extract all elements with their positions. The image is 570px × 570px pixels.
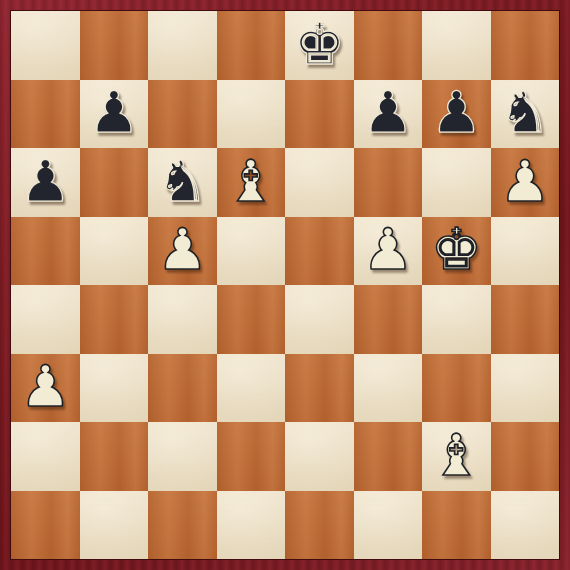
square-a2[interactable] [11, 422, 80, 491]
piece-white-pawn-icon[interactable]: ♟ [157, 221, 208, 278]
piece-white-bishop-icon[interactable]: ♝ [225, 153, 276, 210]
square-c7[interactable] [148, 80, 217, 149]
square-d1[interactable] [217, 491, 286, 560]
square-b7[interactable]: ♟ [80, 80, 149, 149]
square-a5[interactable] [11, 217, 80, 286]
piece-black-pawn-icon[interactable]: ♟ [20, 153, 71, 210]
square-d3[interactable] [217, 354, 286, 423]
square-d2[interactable] [217, 422, 286, 491]
square-b1[interactable] [80, 491, 149, 560]
square-g8[interactable] [422, 11, 491, 80]
square-b4[interactable] [80, 285, 149, 354]
square-c3[interactable] [148, 354, 217, 423]
piece-white-pawn-icon[interactable]: ♟ [362, 221, 413, 278]
square-g4[interactable] [422, 285, 491, 354]
square-e7[interactable] [285, 80, 354, 149]
square-d7[interactable] [217, 80, 286, 149]
square-b5[interactable] [80, 217, 149, 286]
square-b6[interactable] [80, 148, 149, 217]
square-c8[interactable] [148, 11, 217, 80]
piece-black-king-icon[interactable]: ♚ [294, 16, 345, 73]
square-h7[interactable]: ♞ [491, 80, 560, 149]
square-g6[interactable] [422, 148, 491, 217]
square-a3[interactable]: ♟ [11, 354, 80, 423]
square-c5[interactable]: ♟ [148, 217, 217, 286]
square-h8[interactable] [491, 11, 560, 80]
piece-black-knight-icon[interactable]: ♞ [157, 153, 208, 210]
square-e4[interactable] [285, 285, 354, 354]
square-d4[interactable] [217, 285, 286, 354]
piece-black-pawn-icon[interactable]: ♟ [431, 84, 482, 141]
square-g1[interactable] [422, 491, 491, 560]
square-f4[interactable] [354, 285, 423, 354]
square-f3[interactable] [354, 354, 423, 423]
square-a8[interactable] [11, 11, 80, 80]
square-g5[interactable]: ♚ [422, 217, 491, 286]
square-h4[interactable] [491, 285, 560, 354]
square-f5[interactable]: ♟ [354, 217, 423, 286]
square-f2[interactable] [354, 422, 423, 491]
chess-board-frame: ♚♟♟♟♞♟♞♝♟♟♟♚♟♝ [0, 0, 570, 570]
square-f7[interactable]: ♟ [354, 80, 423, 149]
chess-board: ♚♟♟♟♞♟♞♝♟♟♟♚♟♝ [11, 11, 559, 559]
square-e5[interactable] [285, 217, 354, 286]
square-d5[interactable] [217, 217, 286, 286]
square-h6[interactable]: ♟ [491, 148, 560, 217]
piece-black-knight-icon[interactable]: ♞ [499, 84, 550, 141]
square-f1[interactable] [354, 491, 423, 560]
square-h1[interactable] [491, 491, 560, 560]
square-h3[interactable] [491, 354, 560, 423]
piece-black-pawn-icon[interactable]: ♟ [88, 84, 139, 141]
piece-black-pawn-icon[interactable]: ♟ [362, 84, 413, 141]
square-f8[interactable] [354, 11, 423, 80]
square-e3[interactable] [285, 354, 354, 423]
square-h2[interactable] [491, 422, 560, 491]
square-a7[interactable] [11, 80, 80, 149]
square-b3[interactable] [80, 354, 149, 423]
square-g3[interactable] [422, 354, 491, 423]
square-c4[interactable] [148, 285, 217, 354]
square-d8[interactable] [217, 11, 286, 80]
square-b8[interactable] [80, 11, 149, 80]
square-g2[interactable]: ♝ [422, 422, 491, 491]
square-c2[interactable] [148, 422, 217, 491]
square-h5[interactable] [491, 217, 560, 286]
square-e6[interactable] [285, 148, 354, 217]
square-e8[interactable]: ♚ [285, 11, 354, 80]
piece-white-bishop-icon[interactable]: ♝ [431, 427, 482, 484]
piece-white-pawn-icon[interactable]: ♟ [20, 358, 71, 415]
square-e1[interactable] [285, 491, 354, 560]
square-c6[interactable]: ♞ [148, 148, 217, 217]
square-a1[interactable] [11, 491, 80, 560]
square-a6[interactable]: ♟ [11, 148, 80, 217]
square-f6[interactable] [354, 148, 423, 217]
square-d6[interactable]: ♝ [217, 148, 286, 217]
square-b2[interactable] [80, 422, 149, 491]
piece-white-pawn-icon[interactable]: ♟ [499, 153, 550, 210]
square-g7[interactable]: ♟ [422, 80, 491, 149]
square-c1[interactable] [148, 491, 217, 560]
square-e2[interactable] [285, 422, 354, 491]
piece-white-king-icon[interactable]: ♚ [431, 221, 482, 278]
square-a4[interactable] [11, 285, 80, 354]
